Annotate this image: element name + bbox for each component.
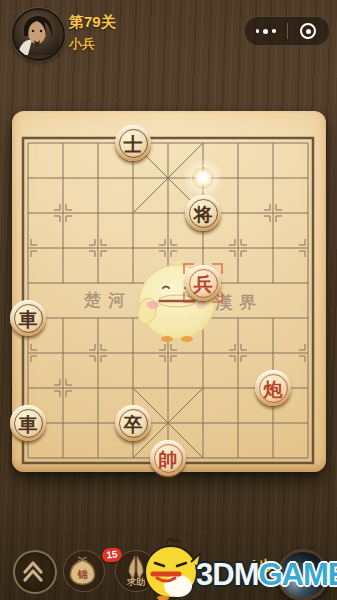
piece-black-車[interactable]: 車 [10, 405, 46, 441]
steps-remaining: 4步 [248, 557, 273, 578]
level-title: 第79关 [69, 13, 116, 32]
hint-sparkle-icon [192, 167, 214, 189]
player-name: 小兵 [69, 35, 95, 53]
piece-black-士[interactable]: 士 [115, 125, 151, 161]
piece-black-車[interactable]: 車 [10, 300, 46, 336]
minimize-button[interactable] [288, 17, 330, 45]
target-circle-icon [300, 23, 316, 39]
piece-black-卒[interactable]: 卒 [115, 405, 151, 441]
expand-panel-button[interactable] [13, 550, 57, 594]
piece-red-炮[interactable]: 炮 [255, 370, 291, 406]
xiangqi-board[interactable]: 楚河 漢界 士将兵車炮車卒帥 [12, 111, 326, 472]
more-options-button[interactable] [245, 17, 287, 45]
help-label: 求助 [116, 576, 156, 589]
piece-red-帥[interactable]: 帥 [150, 440, 186, 476]
river-label-left: 楚河 [84, 289, 132, 312]
double-chevron-up-icon [15, 552, 51, 588]
last-move-marker [183, 263, 223, 303]
header: 第79关 小兵 [0, 0, 337, 62]
wechat-capsule [244, 16, 330, 46]
avatar-portrait [14, 10, 59, 55]
bag-character: 锦 [76, 569, 87, 580]
app-screen: 第79关 小兵 楚河 漢界 [0, 0, 337, 600]
avatar[interactable] [12, 8, 65, 61]
ask-help-button[interactable]: 求助 [115, 550, 157, 592]
piece-black-将[interactable]: 将 [185, 195, 221, 231]
money-bag-icon: 锦 [64, 551, 101, 588]
hint-bag-button[interactable]: 锦 [63, 550, 105, 592]
dark-orb-button[interactable] [277, 549, 329, 600]
watermark-3dm: 3DM [196, 557, 258, 592]
more-dots-icon [256, 29, 260, 33]
